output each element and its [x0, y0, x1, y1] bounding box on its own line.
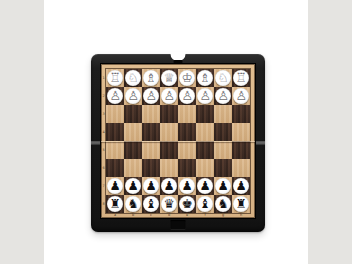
file-label-g: g [214, 213, 232, 218]
piece-white-rook[interactable]: ♖ [107, 70, 123, 86]
square-b7[interactable]: ♟ [124, 177, 142, 195]
piece-black-bishop[interactable]: ♝ [143, 196, 159, 212]
piece-glyph: ♟ [181, 178, 192, 194]
hinge-seam-left [91, 141, 100, 145]
piece-glyph: ♝ [199, 196, 210, 212]
piece-glyph: ♛ [163, 196, 174, 212]
square-b1[interactable]: ♘ [124, 69, 142, 87]
piece-glyph: ♟ [145, 178, 156, 194]
piece-glyph: ♜ [235, 196, 246, 212]
piece-black-pawn[interactable]: ♟ [125, 178, 141, 194]
piece-glyph: ♙ [109, 88, 120, 104]
piece-black-queen[interactable]: ♛ [161, 196, 177, 212]
photo-background: ♖♘♗♕♔♗♘♖♙♙♙♙♙♙♙♙♟♟♟♟♟♟♟♟♜♞♝♛♚♝♞♜ abcdefg… [0, 0, 352, 264]
square-g5[interactable] [214, 141, 232, 159]
square-g2[interactable]: ♙ [214, 87, 232, 105]
square-h5[interactable] [232, 141, 250, 159]
square-g1[interactable]: ♘ [214, 69, 232, 87]
piece-glyph: ♙ [199, 88, 210, 104]
piece-white-knight[interactable]: ♘ [215, 70, 231, 86]
file-labels: abcdefgh [106, 213, 250, 218]
clasp-recess [171, 220, 186, 229]
piece-glyph: ♗ [199, 70, 210, 86]
chess-set: ♖♘♗♕♔♗♘♖♙♙♙♙♙♙♙♙♟♟♟♟♟♟♟♟♜♞♝♛♚♝♞♜ abcdefg… [91, 54, 265, 232]
square-e1[interactable]: ♔ [178, 69, 196, 87]
square-a8[interactable]: ♜ [106, 195, 124, 213]
square-b6[interactable] [124, 159, 142, 177]
square-h3[interactable] [232, 105, 250, 123]
square-b4[interactable] [124, 123, 142, 141]
piece-glyph: ♟ [199, 178, 210, 194]
piece-white-pawn[interactable]: ♙ [197, 88, 213, 104]
wooden-board: ♖♘♗♕♔♗♘♖♙♙♙♙♙♙♙♙♟♟♟♟♟♟♟♟♜♞♝♛♚♝♞♜ abcdefg… [101, 64, 255, 218]
piece-glyph: ♙ [127, 88, 138, 104]
piece-glyph: ♖ [109, 70, 120, 86]
piece-glyph: ♙ [217, 88, 228, 104]
square-a6[interactable] [106, 159, 124, 177]
square-d4[interactable] [160, 123, 178, 141]
square-g3[interactable] [214, 105, 232, 123]
piece-white-pawn[interactable]: ♙ [143, 88, 159, 104]
piece-glyph: ♟ [163, 178, 174, 194]
square-d7[interactable]: ♟ [160, 177, 178, 195]
piece-glyph: ♖ [235, 70, 246, 86]
piece-glyph: ♙ [163, 88, 174, 104]
square-g4[interactable] [214, 123, 232, 141]
piece-white-queen[interactable]: ♕ [161, 70, 177, 86]
square-c5[interactable] [142, 141, 160, 159]
piece-black-pawn[interactable]: ♟ [161, 178, 177, 194]
square-a2[interactable]: ♙ [106, 87, 124, 105]
square-d3[interactable] [160, 105, 178, 123]
square-c8[interactable]: ♝ [142, 195, 160, 213]
piece-black-rook[interactable]: ♜ [233, 196, 249, 212]
file-label-b: b [124, 213, 142, 218]
file-label-e: e [178, 213, 196, 218]
piece-black-knight[interactable]: ♞ [215, 196, 231, 212]
square-c6[interactable] [142, 159, 160, 177]
square-d6[interactable] [160, 159, 178, 177]
square-h4[interactable] [232, 123, 250, 141]
piece-glyph: ♞ [127, 196, 138, 212]
piece-black-knight[interactable]: ♞ [125, 196, 141, 212]
square-h2[interactable]: ♙ [232, 87, 250, 105]
square-a5[interactable] [106, 141, 124, 159]
piece-white-king[interactable]: ♔ [179, 70, 195, 86]
square-b5[interactable] [124, 141, 142, 159]
square-b8[interactable]: ♞ [124, 195, 142, 213]
file-label-h: h [232, 213, 250, 218]
square-c1[interactable]: ♗ [142, 69, 160, 87]
square-e7[interactable]: ♟ [178, 177, 196, 195]
square-g8[interactable]: ♞ [214, 195, 232, 213]
rank-label-2: 2 [101, 87, 106, 105]
square-a3[interactable] [106, 105, 124, 123]
square-e6[interactable] [178, 159, 196, 177]
piece-white-rook[interactable]: ♖ [233, 70, 249, 86]
piece-black-pawn[interactable]: ♟ [179, 178, 195, 194]
square-c2[interactable]: ♙ [142, 87, 160, 105]
piece-white-pawn[interactable]: ♙ [161, 88, 177, 104]
piece-glyph: ♔ [181, 70, 192, 86]
square-h7[interactable]: ♟ [232, 177, 250, 195]
piece-black-king[interactable]: ♚ [179, 196, 195, 212]
rank-label-4: 4 [101, 123, 106, 141]
square-e2[interactable]: ♙ [178, 87, 196, 105]
square-f8[interactable]: ♝ [196, 195, 214, 213]
square-d2[interactable]: ♙ [160, 87, 178, 105]
piece-glyph: ♟ [235, 178, 246, 194]
file-label-f: f [196, 213, 214, 218]
square-f3[interactable] [196, 105, 214, 123]
piece-glyph: ♞ [217, 196, 228, 212]
piece-glyph: ♝ [145, 196, 156, 212]
rank-label-7: 7 [101, 177, 106, 195]
square-h1[interactable]: ♖ [232, 69, 250, 87]
file-label-c: c [142, 213, 160, 218]
rank-label-6: 6 [101, 159, 106, 177]
piece-black-bishop[interactable]: ♝ [197, 196, 213, 212]
product-photo: ♖♘♗♕♔♗♘♖♙♙♙♙♙♙♙♙♟♟♟♟♟♟♟♟♜♞♝♛♚♝♞♜ abcdefg… [44, 0, 308, 264]
square-c7[interactable]: ♟ [142, 177, 160, 195]
piece-glyph: ♟ [217, 178, 228, 194]
square-f4[interactable] [196, 123, 214, 141]
square-d8[interactable]: ♛ [160, 195, 178, 213]
piece-glyph: ♗ [145, 70, 156, 86]
square-f1[interactable]: ♗ [196, 69, 214, 87]
square-e5[interactable] [178, 141, 196, 159]
piece-black-rook[interactable]: ♜ [107, 196, 123, 212]
square-h6[interactable] [232, 159, 250, 177]
square-h8[interactable]: ♜ [232, 195, 250, 213]
piece-glyph: ♙ [181, 88, 192, 104]
square-g7[interactable]: ♟ [214, 177, 232, 195]
square-a7[interactable]: ♟ [106, 177, 124, 195]
piece-white-pawn[interactable]: ♙ [125, 88, 141, 104]
piece-white-knight[interactable]: ♘ [125, 70, 141, 86]
file-label-a: a [106, 213, 124, 218]
square-e8[interactable]: ♚ [178, 195, 196, 213]
square-f5[interactable] [196, 141, 214, 159]
piece-white-pawn[interactable]: ♙ [179, 88, 195, 104]
piece-black-pawn[interactable]: ♟ [197, 178, 213, 194]
square-b3[interactable] [124, 105, 142, 123]
hinge-seam-right [256, 141, 265, 145]
piece-glyph: ♟ [109, 178, 120, 194]
square-c4[interactable] [142, 123, 160, 141]
piece-black-pawn[interactable]: ♟ [215, 178, 231, 194]
square-b2[interactable]: ♙ [124, 87, 142, 105]
piece-glyph: ♘ [217, 70, 228, 86]
piece-white-bishop[interactable]: ♗ [143, 70, 159, 86]
piece-black-pawn[interactable]: ♟ [143, 178, 159, 194]
piece-glyph: ♚ [181, 196, 192, 212]
file-label-d: d [160, 213, 178, 218]
square-f2[interactable]: ♙ [196, 87, 214, 105]
piece-black-pawn[interactable]: ♟ [107, 178, 123, 194]
piece-white-pawn[interactable]: ♙ [215, 88, 231, 104]
square-g6[interactable] [214, 159, 232, 177]
square-d1[interactable]: ♕ [160, 69, 178, 87]
piece-glyph: ♕ [163, 70, 174, 86]
square-e4[interactable] [178, 123, 196, 141]
square-f6[interactable] [196, 159, 214, 177]
rank-label-1: 1 [101, 69, 106, 87]
square-f7[interactable]: ♟ [196, 177, 214, 195]
piece-glyph: ♜ [109, 196, 120, 212]
piece-white-bishop[interactable]: ♗ [197, 70, 213, 86]
rank-label-5: 5 [101, 141, 106, 159]
piece-white-pawn[interactable]: ♙ [107, 88, 123, 104]
piece-black-pawn[interactable]: ♟ [233, 178, 249, 194]
square-a1[interactable]: ♖ [106, 69, 124, 87]
rank-label-8: 8 [101, 195, 106, 213]
piece-glyph: ♟ [127, 178, 138, 194]
piece-glyph: ♙ [235, 88, 246, 104]
piece-glyph: ♘ [127, 70, 138, 86]
square-c3[interactable] [142, 105, 160, 123]
piece-white-pawn[interactable]: ♙ [233, 88, 249, 104]
square-e3[interactable] [178, 105, 196, 123]
hinge-line [101, 141, 255, 142]
rank-label-3: 3 [101, 105, 106, 123]
square-a4[interactable] [106, 123, 124, 141]
piece-glyph: ♙ [145, 88, 156, 104]
square-d5[interactable] [160, 141, 178, 159]
